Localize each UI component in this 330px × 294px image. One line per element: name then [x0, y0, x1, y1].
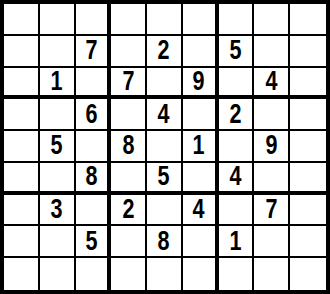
cell-r5c4: 8: [111, 131, 147, 163]
given-digit: 1: [230, 228, 242, 255]
given-digit: 4: [158, 101, 170, 128]
cell-r1c4[interactable]: [111, 4, 147, 36]
cell-r6c6[interactable]: [183, 163, 219, 195]
cell-r8c2[interactable]: [40, 226, 76, 258]
cell-r9c9[interactable]: [290, 258, 326, 290]
given-digit: 4: [230, 163, 242, 190]
cell-r5c7[interactable]: [219, 131, 255, 163]
cell-r7c1[interactable]: [4, 195, 40, 227]
given-digit: 9: [265, 132, 277, 159]
cell-r2c4[interactable]: [111, 36, 147, 68]
cell-r6c3: 8: [76, 163, 112, 195]
cell-r7c4: 2: [111, 195, 147, 227]
sudoku-board: 725179464258198543247581: [0, 0, 330, 294]
given-digit: 2: [158, 37, 170, 64]
cell-r2c3: 7: [76, 36, 112, 68]
cell-r7c9[interactable]: [290, 195, 326, 227]
cell-r5c2: 5: [40, 131, 76, 163]
cell-r9c1[interactable]: [4, 258, 40, 290]
given-digit: 6: [85, 101, 97, 128]
given-digit: 5: [51, 132, 63, 159]
given-digit: 8: [122, 132, 134, 159]
cell-r4c6[interactable]: [183, 99, 219, 131]
cell-r1c2[interactable]: [40, 4, 76, 36]
cell-r6c8[interactable]: [254, 163, 290, 195]
cell-r1c5[interactable]: [147, 4, 183, 36]
cell-r9c2[interactable]: [40, 258, 76, 290]
cell-r1c9[interactable]: [290, 4, 326, 36]
cell-r1c8[interactable]: [254, 4, 290, 36]
cell-r6c9[interactable]: [290, 163, 326, 195]
cell-r8c3: 5: [76, 226, 112, 258]
cell-r3c8: 4: [254, 68, 290, 100]
cell-r4c9[interactable]: [290, 99, 326, 131]
cell-r3c2: 1: [40, 68, 76, 100]
cell-r2c6[interactable]: [183, 36, 219, 68]
cell-r4c3: 6: [76, 99, 112, 131]
cell-r2c9[interactable]: [290, 36, 326, 68]
cell-r8c6[interactable]: [183, 226, 219, 258]
cell-r7c5[interactable]: [147, 195, 183, 227]
given-digit: 9: [193, 68, 205, 95]
given-digit: 7: [265, 196, 277, 223]
given-digit: 5: [230, 37, 242, 64]
cell-r6c4[interactable]: [111, 163, 147, 195]
cell-r6c1[interactable]: [4, 163, 40, 195]
cell-r3c4: 7: [111, 68, 147, 100]
cell-r6c7: 4: [219, 163, 255, 195]
given-digit: 2: [122, 196, 134, 223]
cell-r3c1[interactable]: [4, 68, 40, 100]
cell-r4c2[interactable]: [40, 99, 76, 131]
cell-r8c5: 8: [147, 226, 183, 258]
cell-r5c5[interactable]: [147, 131, 183, 163]
cell-r9c4[interactable]: [111, 258, 147, 290]
cell-r7c3[interactable]: [76, 195, 112, 227]
given-digit: 4: [265, 68, 277, 95]
cell-r2c5: 2: [147, 36, 183, 68]
cell-r3c3[interactable]: [76, 68, 112, 100]
cell-r7c8: 7: [254, 195, 290, 227]
cell-r3c7[interactable]: [219, 68, 255, 100]
cell-r1c3[interactable]: [76, 4, 112, 36]
cell-r1c7[interactable]: [219, 4, 255, 36]
cell-r1c6[interactable]: [183, 4, 219, 36]
cell-r3c5[interactable]: [147, 68, 183, 100]
cell-r9c8[interactable]: [254, 258, 290, 290]
given-digit: 5: [158, 163, 170, 190]
cell-r5c1[interactable]: [4, 131, 40, 163]
cell-r8c8[interactable]: [254, 226, 290, 258]
cell-r2c8[interactable]: [254, 36, 290, 68]
cell-r8c1[interactable]: [4, 226, 40, 258]
given-digit: 8: [158, 228, 170, 255]
cell-r4c8[interactable]: [254, 99, 290, 131]
given-digit: 3: [51, 196, 63, 223]
cell-r4c5: 4: [147, 99, 183, 131]
cell-r2c1[interactable]: [4, 36, 40, 68]
cell-r6c5: 5: [147, 163, 183, 195]
cell-r9c7[interactable]: [219, 258, 255, 290]
given-digit: 1: [193, 132, 205, 159]
cell-r7c7[interactable]: [219, 195, 255, 227]
cell-r5c6: 1: [183, 131, 219, 163]
given-digit: 1: [51, 68, 63, 95]
cell-r5c3[interactable]: [76, 131, 112, 163]
given-digit: 4: [193, 196, 205, 223]
cell-r4c1[interactable]: [4, 99, 40, 131]
cell-r8c9[interactable]: [290, 226, 326, 258]
cell-r6c2[interactable]: [40, 163, 76, 195]
cell-r9c6[interactable]: [183, 258, 219, 290]
cell-r5c9[interactable]: [290, 131, 326, 163]
given-digit: 7: [85, 37, 97, 64]
cell-r4c4[interactable]: [111, 99, 147, 131]
given-digit: 8: [85, 163, 97, 190]
cell-r4c7: 2: [219, 99, 255, 131]
cell-r9c5[interactable]: [147, 258, 183, 290]
given-digit: 2: [230, 101, 242, 128]
cell-r7c6: 4: [183, 195, 219, 227]
cell-r8c7: 1: [219, 226, 255, 258]
cell-r9c3[interactable]: [76, 258, 112, 290]
given-digit: 7: [122, 68, 134, 95]
given-digit: 5: [85, 228, 97, 255]
cell-r2c7: 5: [219, 36, 255, 68]
cell-r1c1[interactable]: [4, 4, 40, 36]
cell-r8c4[interactable]: [111, 226, 147, 258]
cell-r7c2: 3: [40, 195, 76, 227]
cell-r5c8: 9: [254, 131, 290, 163]
cell-r3c9[interactable]: [290, 68, 326, 100]
cell-r3c6: 9: [183, 68, 219, 100]
cell-r2c2[interactable]: [40, 36, 76, 68]
